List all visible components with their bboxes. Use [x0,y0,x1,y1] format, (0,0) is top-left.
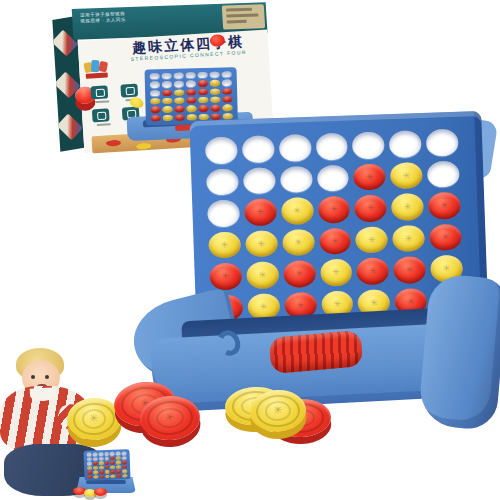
empty-hole [92,452,97,456]
empty-hole [174,81,184,88]
red-disc-cell [353,163,386,191]
yellow-disc-cell [87,466,92,470]
yellow-disc-cell [281,197,314,225]
red-disc-cell [222,96,232,103]
red-disc-cell [150,106,160,113]
yellow-disc-cell [245,230,278,258]
red-game-disc [94,488,107,496]
yellow-disc-cell [356,226,389,254]
empty-hole [186,72,196,79]
empty-hole [104,456,109,460]
yellow-disc-cell [93,475,98,479]
yellow-disc-cell [105,470,110,474]
red-disc-cell [116,470,121,474]
empty-hole [110,452,115,456]
feature-icon-3 [92,108,115,126]
red-disc-cell [110,456,115,460]
red-disc-cell [198,80,208,87]
yellow-disc-cell [111,474,116,478]
red-disc-cell [211,113,221,120]
red-disc-cell [122,460,127,464]
empty-hole [122,451,127,455]
empty-hole [87,462,92,466]
empty-hole [427,160,460,188]
red-disc-cell [175,114,185,121]
empty-hole [242,135,275,163]
box-art-board-grid [150,71,233,121]
red-disc-cell [319,227,352,255]
side-thumbnail [57,113,84,140]
red-disc-cell [151,115,161,122]
yellow-disc-cell [162,98,172,105]
red-disc-cell [210,105,220,112]
empty-hole [150,73,160,80]
empty-hole [87,457,92,461]
red-disc-cell [244,198,277,226]
empty-hole [207,199,240,227]
empty-hole [186,81,196,88]
red-disc-cell [110,461,115,465]
yellow-disc-cell [93,470,98,474]
empty-hole [210,72,220,79]
yellow-disc-cell [198,97,208,104]
empty-hole [205,137,238,165]
yellow-disc-cell [320,259,353,287]
red-disc-cell [93,461,98,465]
empty-hole [87,453,92,457]
yellow-disc-cell [222,105,232,112]
red-disc-cell [99,475,104,479]
red-disc-cell [198,89,208,96]
box-art-board [145,67,238,125]
red-disc-cell [318,196,351,224]
empty-hole [98,457,103,461]
empty-hole [98,452,103,456]
red-disc-cell [186,97,196,104]
empty-hole [426,129,459,157]
empty-hole [280,165,313,193]
red-disc-cell [87,471,92,475]
red-disc-cell [222,88,232,95]
yellow-disc-cell [99,466,104,470]
yellow-disc-cell [116,461,121,465]
yellow-disc-cell [174,89,184,96]
yellow-disc-cell [93,466,98,470]
red-disc-cell [174,106,184,113]
red-disc-cell [111,470,116,474]
mini-game-board [83,449,130,481]
yellow-table-disc [136,143,151,150]
red-disc-cell [117,474,122,478]
empty-hole [174,73,184,80]
empty-hole [198,72,208,79]
yellow-disc-cell [210,97,220,104]
empty-hole [389,130,422,158]
empty-hole [222,71,232,78]
empty-hole [206,168,239,196]
yellow-disc-cell [150,98,160,105]
red-disc-cell [428,192,461,220]
yellow-disc-cell [122,469,127,473]
empty-hole [352,131,385,159]
red-disc-cell [186,89,196,96]
red-table-disc [106,140,121,147]
yellow-disc-cell [208,231,241,259]
board-grid [205,129,464,322]
yellow-disc-cell [122,474,127,478]
red-disc-cell [429,223,462,251]
empty-hole [222,80,232,87]
red-disc-cell [104,461,109,465]
yellow-disc-cell [186,106,196,113]
empty-hole [243,167,276,195]
mini-board-grid [87,451,128,478]
red-disc-cell [87,475,92,479]
yellow-disc-cell [116,465,121,469]
yellow-disc-cell [174,97,184,104]
yellow-disc-cell [282,228,315,256]
empty-hole [315,133,348,161]
red-disc-cell [283,260,316,288]
base-right-foot [418,273,500,431]
red-disc-cell [105,465,110,469]
yellow-disc-cell [210,80,220,87]
yellow-disc-cell [199,114,209,121]
yellow-disc-cell [162,106,172,113]
red-disc-cell [99,470,104,474]
yellow-disc-cell [391,193,424,221]
empty-hole [93,457,98,461]
empty-hole [279,134,312,162]
yellow-disc-cell [116,456,121,460]
empty-hole [162,73,172,80]
empty-hole [104,452,109,456]
empty-hole [150,81,160,88]
yellow-disc-cell [110,465,115,469]
yellow-disc-cell [105,474,110,478]
yellow-disc-cell [246,261,279,289]
red-disc-cell [393,256,426,284]
red-disc-cell [122,465,127,469]
yellow-disc-cell [99,461,104,465]
yellow-disc-cell [210,88,220,95]
yellow-disc-cell [223,113,233,120]
box-tagline-line2: 锻炼思维 · 大人同乐 [80,17,126,25]
empty-hole [122,456,127,460]
red-disc-cell [354,194,387,222]
brand-logo-icon [84,59,111,79]
empty-hole [116,452,121,456]
red-disc-cell [198,105,208,112]
empty-hole [316,164,349,192]
yellow-disc-cell [392,225,425,253]
red-disc-cell [162,89,172,96]
yellow-disc-cell [390,162,423,190]
yellow-disc-cell [163,114,173,121]
feature-icon-1 [90,85,113,103]
empty-hole [162,81,172,88]
red-disc-cell [357,257,390,285]
box-corner-badge [222,4,265,29]
yellow-disc-cell [187,114,197,121]
red-disc-cell [209,262,242,290]
empty-hole [150,90,160,97]
